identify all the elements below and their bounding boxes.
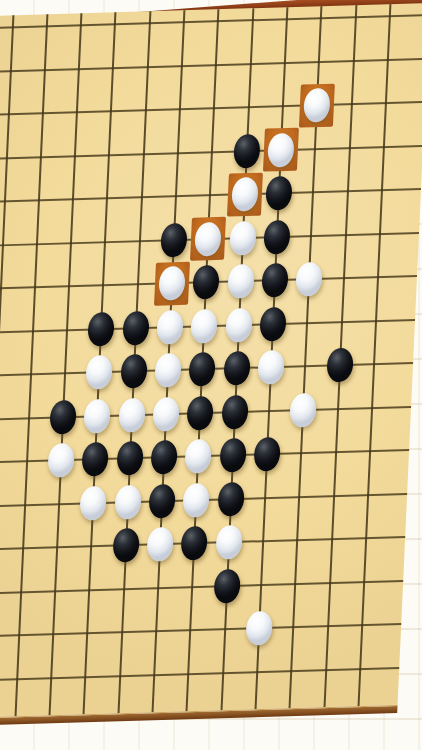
black-stone — [233, 133, 261, 168]
black-stone — [253, 437, 281, 472]
grid-line-vertical — [49, 13, 83, 715]
white-stone — [80, 485, 108, 520]
white-stone — [295, 262, 323, 297]
white-stone — [257, 350, 285, 385]
black-stone — [263, 219, 291, 254]
grid-line-horizontal — [0, 623, 401, 638]
gomoku-board[interactable] — [0, 0, 422, 725]
grid-lines — [0, 3, 422, 16]
win-highlight-layer — [0, 3, 422, 16]
black-stone — [223, 351, 251, 386]
white-stone — [154, 353, 182, 388]
grid-line-horizontal — [0, 57, 422, 72]
white-stone — [183, 482, 211, 517]
black-stone — [49, 399, 77, 434]
white-stone — [290, 392, 318, 427]
white-stone — [185, 439, 213, 474]
white-stone — [152, 396, 180, 431]
grid-line-horizontal — [0, 579, 403, 594]
black-stone — [265, 176, 293, 211]
white-stone — [227, 264, 255, 299]
stone-layer — [0, 3, 422, 16]
black-stone — [189, 352, 217, 387]
board-surface — [0, 3, 422, 718]
black-stone — [82, 442, 110, 477]
black-stone — [120, 354, 148, 389]
grid-line-horizontal — [0, 101, 422, 116]
black-stone — [259, 306, 287, 341]
black-stone — [88, 311, 116, 346]
white-stone — [84, 398, 112, 433]
white-stone — [118, 397, 146, 432]
grid-line-vertical — [357, 4, 391, 706]
white-stone — [215, 525, 243, 560]
white-stone — [245, 611, 273, 646]
grid-line-horizontal — [0, 666, 399, 681]
grid-line-vertical — [0, 15, 14, 717]
black-stone — [122, 310, 150, 345]
white-stone — [114, 484, 142, 519]
white-stone — [156, 309, 184, 344]
black-stone — [160, 222, 188, 257]
grid-line-vertical — [14, 14, 48, 716]
black-stone — [193, 265, 221, 300]
white-stone — [229, 220, 257, 255]
black-stone — [219, 438, 247, 473]
black-stone — [148, 483, 176, 518]
grid-line-horizontal — [0, 14, 422, 29]
white-stone — [225, 307, 253, 342]
white-stone — [146, 527, 174, 562]
black-stone — [326, 348, 354, 383]
white-stone — [191, 308, 219, 343]
black-stone — [217, 481, 245, 516]
black-stone — [261, 263, 289, 298]
black-stone — [187, 395, 215, 430]
white-stone — [86, 355, 114, 390]
black-stone — [150, 440, 178, 475]
black-stone — [181, 526, 209, 561]
black-stone — [221, 394, 249, 429]
black-stone — [213, 568, 241, 603]
black-stone — [116, 441, 144, 476]
white-stone — [47, 443, 75, 478]
app-background — [0, 0, 422, 750]
black-stone — [112, 528, 140, 563]
